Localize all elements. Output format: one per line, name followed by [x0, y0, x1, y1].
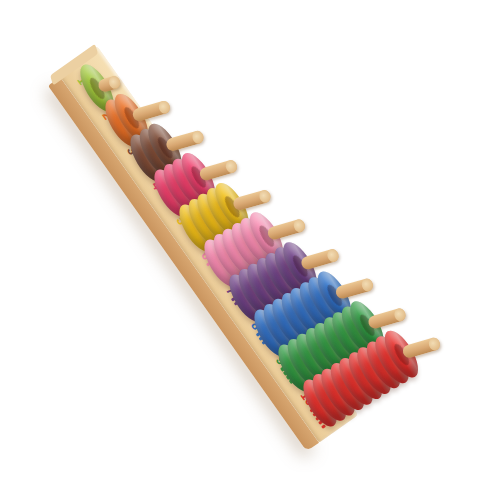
wooden-peg	[300, 248, 340, 271]
wooden-peg	[198, 159, 238, 182]
wooden-peg	[266, 218, 306, 241]
wooden-peg	[401, 337, 441, 360]
wooden-peg	[232, 189, 272, 212]
product-photo-scene: 12345678910	[0, 0, 500, 500]
wooden-peg	[333, 277, 373, 300]
wooden-peg	[367, 307, 407, 330]
wooden-peg	[165, 129, 205, 152]
